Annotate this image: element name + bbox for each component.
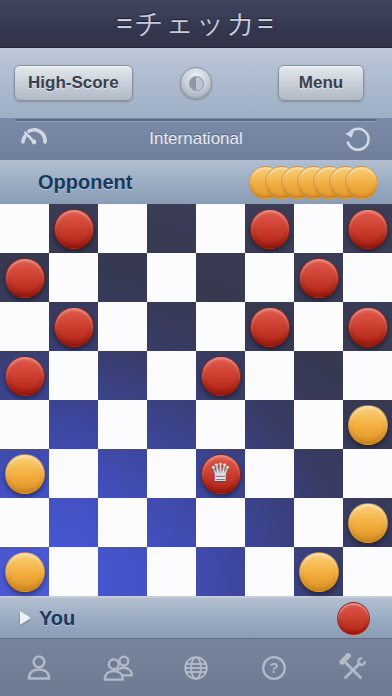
board-square[interactable] <box>343 351 392 400</box>
board-square[interactable] <box>294 498 343 547</box>
opponent-captured-tray <box>249 166 378 199</box>
undo-icon[interactable] <box>342 123 374 155</box>
board-square[interactable]: ♛ <box>196 449 245 498</box>
red-king[interactable]: ♛ <box>201 454 241 494</box>
king-crown-icon: ♛ <box>209 460 231 485</box>
board-square[interactable] <box>294 449 343 498</box>
board-square[interactable] <box>294 253 343 302</box>
board-square[interactable] <box>0 498 49 547</box>
board-square[interactable] <box>0 547 49 596</box>
bottom-toolbar: ? <box>0 638 392 696</box>
board-square[interactable] <box>49 351 98 400</box>
board-square[interactable] <box>196 498 245 547</box>
globe-icon[interactable] <box>178 650 214 686</box>
board-square[interactable] <box>98 351 147 400</box>
mode-bar: International <box>0 118 392 160</box>
board[interactable]: ♛ <box>0 204 392 596</box>
board-square[interactable] <box>294 302 343 351</box>
board-square[interactable] <box>294 351 343 400</box>
board-square[interactable] <box>98 204 147 253</box>
you-label: You <box>39 607 75 630</box>
board-square[interactable] <box>196 351 245 400</box>
board-square[interactable] <box>196 253 245 302</box>
board-square[interactable] <box>0 204 49 253</box>
high-score-button[interactable]: High-Score <box>14 65 133 101</box>
board-square[interactable] <box>343 253 392 302</box>
yellow-piece[interactable] <box>348 503 388 543</box>
red-piece[interactable] <box>348 209 388 249</box>
red-piece[interactable] <box>54 209 94 249</box>
board-square[interactable] <box>147 302 196 351</box>
board-square[interactable] <box>49 400 98 449</box>
board-square[interactable] <box>49 547 98 596</box>
red-piece[interactable] <box>201 356 241 396</box>
board-square[interactable] <box>0 400 49 449</box>
board-square[interactable] <box>343 449 392 498</box>
board-square[interactable] <box>245 351 294 400</box>
board-square[interactable] <box>49 498 98 547</box>
turn-indicator-icon <box>20 611 31 625</box>
board-square[interactable] <box>196 400 245 449</box>
yellow-piece[interactable] <box>299 552 339 592</box>
players-icon[interactable] <box>100 650 136 686</box>
contrast-icon-inner <box>189 76 204 91</box>
red-piece[interactable] <box>250 307 290 347</box>
yellow-piece[interactable] <box>5 454 45 494</box>
board-square[interactable] <box>147 547 196 596</box>
captured-red-disc <box>337 602 370 635</box>
board-square[interactable] <box>147 253 196 302</box>
separator-groove <box>15 119 377 121</box>
board-square[interactable] <box>294 400 343 449</box>
board-square[interactable] <box>245 253 294 302</box>
board-square[interactable] <box>147 449 196 498</box>
board-square[interactable] <box>196 547 245 596</box>
help-glyph: ? <box>270 660 279 676</box>
yellow-piece[interactable] <box>5 552 45 592</box>
board-square[interactable] <box>343 302 392 351</box>
board-square[interactable] <box>98 498 147 547</box>
opponent-label: Opponent <box>38 171 132 194</box>
board-square[interactable] <box>49 253 98 302</box>
captured-yellow-disc <box>345 166 378 199</box>
board-square[interactable] <box>147 204 196 253</box>
board-square[interactable] <box>343 498 392 547</box>
header-button-bar: High-Score Menu <box>0 48 392 118</box>
board-square[interactable] <box>245 449 294 498</box>
app-title: =チェッカ= <box>116 5 275 43</box>
board-square[interactable] <box>196 302 245 351</box>
board-square[interactable] <box>0 449 49 498</box>
board-square[interactable] <box>343 547 392 596</box>
board-square[interactable] <box>98 547 147 596</box>
board-square[interactable] <box>0 253 49 302</box>
board-square[interactable] <box>245 498 294 547</box>
board-square[interactable] <box>294 204 343 253</box>
board-square[interactable] <box>245 547 294 596</box>
board-square[interactable] <box>147 351 196 400</box>
red-piece[interactable] <box>299 258 339 298</box>
board-square[interactable] <box>196 204 245 253</box>
you-bar: You <box>0 598 392 638</box>
board-square[interactable] <box>245 400 294 449</box>
red-piece[interactable] <box>250 209 290 249</box>
red-piece[interactable] <box>5 258 45 298</box>
board-square[interactable] <box>98 400 147 449</box>
board-square[interactable] <box>245 204 294 253</box>
board-square[interactable] <box>0 351 49 400</box>
board-square[interactable] <box>147 498 196 547</box>
player-icon[interactable] <box>21 650 57 686</box>
menu-button[interactable]: Menu <box>278 65 364 101</box>
game-mode-label: International <box>0 129 392 149</box>
help-icon[interactable]: ? <box>256 650 292 686</box>
board-square[interactable] <box>245 302 294 351</box>
title-bar: =チェッカ= <box>0 0 392 48</box>
tools-icon[interactable] <box>335 650 371 686</box>
board-square[interactable] <box>147 400 196 449</box>
board-square[interactable] <box>49 449 98 498</box>
opponent-bar: Opponent <box>0 160 392 204</box>
board-square[interactable] <box>49 302 98 351</box>
yellow-piece[interactable] <box>348 405 388 445</box>
board-square[interactable] <box>98 449 147 498</box>
red-piece[interactable] <box>54 307 94 347</box>
board-square[interactable] <box>0 302 49 351</box>
red-piece[interactable] <box>348 307 388 347</box>
contrast-icon[interactable] <box>180 67 212 99</box>
board-square[interactable] <box>343 400 392 449</box>
board-square[interactable] <box>98 253 147 302</box>
app-window: =チェッカ= High-Score Menu International Opp… <box>0 0 392 696</box>
board-square[interactable] <box>49 204 98 253</box>
board-square[interactable] <box>98 302 147 351</box>
red-piece[interactable] <box>5 356 45 396</box>
board-square[interactable] <box>294 547 343 596</box>
board-square[interactable] <box>343 204 392 253</box>
you-captured-tray <box>337 602 370 635</box>
